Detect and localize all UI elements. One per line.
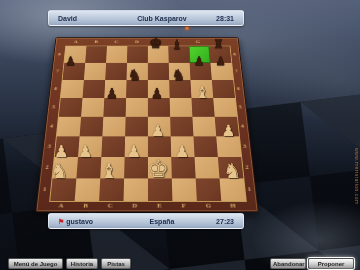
coord-file-b-bottom: B <box>80 201 90 210</box>
coord-rank-5-left: 5 <box>49 103 59 110</box>
resign-button[interactable]: Abandonar <box>270 258 306 269</box>
piece-white-b-g5[interactable]: ♝ <box>186 85 218 101</box>
coord-file-a-top: A <box>71 39 80 45</box>
piece-black-n-d6[interactable]: ♞ <box>120 68 150 83</box>
piece-black-b-f8[interactable]: ♝ <box>164 38 190 51</box>
coord-rank-7-right: 7 <box>232 67 241 74</box>
coord-rank-1-left: 1 <box>39 184 50 193</box>
coord-file-g-top: G <box>194 39 203 45</box>
offer-draw-button[interactable]: Proponer tablas <box>308 258 354 269</box>
piece-black-p-g7[interactable]: ♟ <box>187 55 211 67</box>
opponent-clock: 28:31 <box>196 15 243 22</box>
coord-rank-6-right: 6 <box>234 85 243 92</box>
coord-rank-5-right: 5 <box>236 103 246 110</box>
piece-black-p-e5[interactable]: ♟ <box>143 87 171 101</box>
coord-file-f-bottom: F <box>179 201 189 210</box>
coord-rank-1-right: 1 <box>244 184 255 193</box>
coord-file-a-bottom: A <box>56 201 67 210</box>
square-a5[interactable] <box>59 98 83 117</box>
square-a6[interactable] <box>61 80 84 98</box>
opponent-club: Club Kasparov <box>128 15 196 22</box>
background-ember-dot <box>185 26 189 30</box>
coord-file-g-bottom: G <box>203 201 213 210</box>
player-club: España <box>128 218 196 225</box>
coord-file-d-top: D <box>133 39 141 45</box>
coord-file-d-bottom: D <box>130 201 140 210</box>
coord-file-b-top: B <box>92 39 101 45</box>
coord-file-e-bottom: E <box>154 201 164 210</box>
coord-rank-6-left: 6 <box>51 85 60 92</box>
history-button[interactable]: Historia <box>66 258 98 269</box>
square-b4[interactable] <box>80 117 104 137</box>
opponent-name: David <box>49 15 128 22</box>
piece-white-n-h1[interactable]: ♞ <box>212 161 253 181</box>
piece-black-n-f6[interactable]: ♞ <box>163 68 193 83</box>
square-f4[interactable] <box>170 117 193 137</box>
square-c8[interactable] <box>106 46 127 63</box>
game-menu-button[interactable]: Menú de Juego <box>8 258 63 269</box>
game-screen: AA88BB77CC66DD55EE44FF33GG22HH11 ♚♝♜♟♟♟♞… <box>0 0 360 270</box>
square-b8[interactable] <box>85 46 107 63</box>
player-clock: 27:23 <box>196 218 243 225</box>
player-bar: ⚑gustavo España 27:23 <box>48 213 244 229</box>
coord-rank-4-left: 4 <box>47 122 57 130</box>
piece-white-n-a1[interactable]: ♞ <box>39 161 80 181</box>
piece-black-p-c5[interactable]: ♟ <box>98 87 126 101</box>
coord-rank-7-left: 7 <box>53 67 62 74</box>
piece-black-p-h7[interactable]: ♟ <box>209 55 233 67</box>
opponent-bar: David Club Kasparov 28:31 <box>48 10 244 26</box>
coord-file-c-top: C <box>112 39 120 45</box>
square-a4[interactable] <box>57 117 81 137</box>
square-c4[interactable] <box>102 117 125 137</box>
piece-white-b-c1[interactable]: ♝ <box>88 161 129 181</box>
piece-white-p-e3[interactable]: ♟ <box>142 124 173 140</box>
coord-file-c-bottom: C <box>105 201 115 210</box>
piece-black-p-a7[interactable]: ♟ <box>59 55 83 67</box>
piece-white-p-b2[interactable]: ♟ <box>69 144 102 161</box>
piece-black-r-h8[interactable]: ♜ <box>206 38 231 50</box>
coord-file-h-bottom: H <box>228 201 239 210</box>
hints-button[interactable]: Pistas <box>101 258 131 269</box>
coord-rank-3-right: 3 <box>240 142 250 150</box>
piece-white-p-h3[interactable]: ♟ <box>213 124 244 140</box>
turn-flag-icon: ⚑ <box>58 218 64 225</box>
player-name: ⚑gustavo <box>49 218 128 225</box>
watermark: www.meristation.com <box>354 148 360 205</box>
square-b7[interactable] <box>84 63 106 80</box>
piece-white-k-e1[interactable]: ♚ <box>135 158 182 182</box>
